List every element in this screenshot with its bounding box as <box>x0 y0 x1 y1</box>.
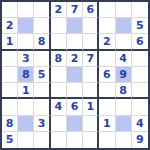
sudoku-cell-r4c5[interactable]: 2 <box>67 51 83 67</box>
sudoku-cell-r7c6[interactable]: 1 <box>83 99 99 115</box>
given-digit: 2 <box>103 36 111 47</box>
sudoku-cell-r4c3[interactable] <box>34 51 50 67</box>
sudoku-cell-r1c1[interactable] <box>2 2 18 18</box>
given-digit: 1 <box>86 101 94 112</box>
sudoku-cell-r8c8[interactable] <box>116 116 132 132</box>
given-digit: 6 <box>71 101 79 112</box>
sudoku-cell-r4c6[interactable]: 7 <box>83 51 99 67</box>
given-digit: 7 <box>86 53 94 64</box>
given-digit: 6 <box>86 4 94 15</box>
given-digit: 5 <box>6 134 14 145</box>
sudoku-cell-r1c8[interactable] <box>116 2 132 18</box>
sudoku-cell-r3c8[interactable] <box>116 34 132 50</box>
given-digit: 4 <box>119 53 127 64</box>
given-digit: 8 <box>6 118 14 129</box>
sudoku-cell-r2c4[interactable] <box>51 18 67 34</box>
sudoku-cell-r2c3[interactable] <box>34 18 50 34</box>
sudoku-cell-r8c5[interactable] <box>67 116 83 132</box>
sudoku-cell-r6c9[interactable] <box>132 83 148 99</box>
sudoku-cell-r5c8[interactable]: 9 <box>116 67 132 83</box>
given-digit: 9 <box>136 134 144 145</box>
sudoku-cell-r4c1[interactable] <box>2 51 18 67</box>
sudoku-cell-r5c5[interactable] <box>67 67 83 83</box>
sudoku-cell-r3c6[interactable] <box>83 34 99 50</box>
given-digit: 6 <box>103 69 111 80</box>
sudoku-cell-r1c9[interactable] <box>132 2 148 18</box>
sudoku-cell-r7c5[interactable]: 6 <box>67 99 83 115</box>
sudoku-cell-r6c4[interactable] <box>51 83 67 99</box>
sudoku-cell-r6c2[interactable]: 1 <box>18 83 34 99</box>
given-digit: 2 <box>6 20 14 31</box>
sudoku-cell-r3c7[interactable]: 2 <box>99 34 115 50</box>
sudoku-cell-r9c7[interactable] <box>99 132 115 148</box>
sudoku-cell-r7c8[interactable] <box>116 99 132 115</box>
sudoku-cell-r5c6[interactable] <box>83 67 99 83</box>
sudoku-cell-r1c3[interactable] <box>34 2 50 18</box>
sudoku-cell-r6c5[interactable] <box>67 83 83 99</box>
sudoku-cell-r8c1[interactable]: 8 <box>2 116 18 132</box>
sudoku-cell-r8c2[interactable] <box>18 116 34 132</box>
sudoku-cell-r7c4[interactable]: 4 <box>51 99 67 115</box>
sudoku-cell-r3c1[interactable]: 1 <box>2 34 18 50</box>
sudoku-cell-r2c1[interactable]: 2 <box>2 18 18 34</box>
sudoku-cell-r4c7[interactable] <box>99 51 115 67</box>
sudoku-cell-r1c7[interactable] <box>99 2 115 18</box>
sudoku-cell-r2c9[interactable]: 5 <box>132 18 148 34</box>
sudoku-cell-r7c2[interactable] <box>18 99 34 115</box>
sudoku-cell-r9c8[interactable] <box>116 132 132 148</box>
sudoku-cell-r9c4[interactable] <box>51 132 67 148</box>
sudoku-cell-r6c6[interactable] <box>83 83 99 99</box>
sudoku-cell-r5c1[interactable] <box>2 67 18 83</box>
sudoku-cell-r4c2[interactable]: 3 <box>18 51 34 67</box>
given-digit: 6 <box>136 36 144 47</box>
given-digit: 5 <box>38 69 46 80</box>
sudoku-cell-r8c3[interactable]: 3 <box>34 116 50 132</box>
sudoku-cell-r1c5[interactable]: 7 <box>67 2 83 18</box>
sudoku-cell-r9c1[interactable]: 5 <box>2 132 18 148</box>
given-digit: 8 <box>22 69 30 80</box>
sudoku-cell-r5c9[interactable] <box>132 67 148 83</box>
sudoku-cell-r2c6[interactable] <box>83 18 99 34</box>
sudoku-cell-r7c1[interactable] <box>2 99 18 115</box>
given-digit: 1 <box>103 118 111 129</box>
sudoku-cell-r7c3[interactable] <box>34 99 50 115</box>
given-digit: 9 <box>119 69 127 80</box>
given-digit: 1 <box>22 85 30 96</box>
sudoku-cell-r5c7[interactable]: 6 <box>99 67 115 83</box>
sudoku-cell-r6c3[interactable] <box>34 83 50 99</box>
sudoku-cell-r7c9[interactable] <box>132 99 148 115</box>
sudoku-board: 27625182638274856918461831459 <box>0 0 150 150</box>
sudoku-cell-r4c8[interactable]: 4 <box>116 51 132 67</box>
sudoku-cell-r6c1[interactable] <box>2 83 18 99</box>
sudoku-cell-r3c4[interactable] <box>51 34 67 50</box>
given-digit: 2 <box>71 53 79 64</box>
given-digit: 3 <box>22 53 30 64</box>
given-digit: 7 <box>71 4 79 15</box>
sudoku-cell-r5c4[interactable] <box>51 67 67 83</box>
given-digit: 8 <box>54 53 62 64</box>
sudoku-cell-r3c3[interactable]: 8 <box>34 34 50 50</box>
sudoku-cell-r8c4[interactable] <box>51 116 67 132</box>
sudoku-cell-r8c9[interactable]: 4 <box>132 116 148 132</box>
given-digit: 3 <box>38 118 46 129</box>
given-digit: 4 <box>54 101 62 112</box>
sudoku-cell-r6c8[interactable]: 8 <box>116 83 132 99</box>
sudoku-cell-r1c2[interactable] <box>18 2 34 18</box>
sudoku-cell-r3c2[interactable] <box>18 34 34 50</box>
given-digit: 8 <box>38 36 46 47</box>
sudoku-cell-r1c4[interactable]: 2 <box>51 2 67 18</box>
sudoku-cell-r2c2[interactable] <box>18 18 34 34</box>
sudoku-cell-r9c9[interactable]: 9 <box>132 132 148 148</box>
given-digit: 8 <box>119 85 127 96</box>
sudoku-cell-r5c3[interactable]: 5 <box>34 67 50 83</box>
sudoku-cell-r8c6[interactable] <box>83 116 99 132</box>
sudoku-cell-r3c9[interactable]: 6 <box>132 34 148 50</box>
sudoku-cell-r2c7[interactable] <box>99 18 115 34</box>
sudoku-cell-r7c7[interactable] <box>99 99 115 115</box>
given-digit: 5 <box>136 20 144 31</box>
sudoku-cell-r2c8[interactable] <box>116 18 132 34</box>
sudoku-cell-r9c3[interactable] <box>34 132 50 148</box>
sudoku-cell-r9c6[interactable] <box>83 132 99 148</box>
sudoku-cell-r4c4[interactable]: 8 <box>51 51 67 67</box>
sudoku-cell-r6c7[interactable] <box>99 83 115 99</box>
sudoku-cell-r4c9[interactable] <box>132 51 148 67</box>
sudoku-cell-r9c5[interactable] <box>67 132 83 148</box>
sudoku-cell-r2c5[interactable] <box>67 18 83 34</box>
sudoku-cell-r3c5[interactable] <box>67 34 83 50</box>
sudoku-cell-r1c6[interactable]: 6 <box>83 2 99 18</box>
given-digit: 4 <box>136 118 144 129</box>
given-digit: 2 <box>54 4 62 15</box>
sudoku-cell-r5c2[interactable]: 8 <box>18 67 34 83</box>
sudoku-cell-r8c7[interactable]: 1 <box>99 116 115 132</box>
sudoku-cell-r9c2[interactable] <box>18 132 34 148</box>
given-digit: 1 <box>6 36 14 47</box>
